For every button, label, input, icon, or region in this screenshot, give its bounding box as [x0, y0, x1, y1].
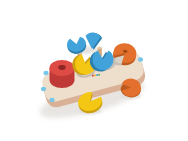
edge-dot [138, 57, 143, 61]
peg-3-top [98, 46, 102, 49]
edge-dot [41, 87, 46, 91]
logo-dot-3 [96, 74, 98, 76]
edge-dot [49, 98, 54, 102]
red-disc-piece [50, 60, 75, 88]
logo-dot-1 [92, 75, 94, 77]
product-photo [0, 0, 188, 141]
edge-dot [43, 71, 48, 75]
logo-dot-2 [94, 75, 96, 77]
logo-dot-4 [98, 74, 100, 76]
toy-scene [0, 0, 188, 141]
red-disc-hole [58, 65, 65, 70]
